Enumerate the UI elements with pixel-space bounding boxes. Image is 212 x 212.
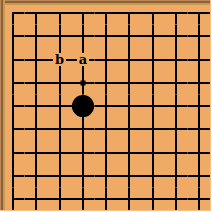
intersection-e13: [95, 141, 118, 164]
intersection-e12: [95, 164, 118, 187]
intersection-h16: [164, 71, 187, 94]
intersection-d17: a: [71, 48, 94, 71]
intersection-f12: [118, 164, 141, 187]
intersection-d12: [71, 164, 94, 187]
intersection-h13: [164, 141, 187, 164]
intersection-j13: [188, 141, 211, 164]
intersection-c18: [48, 25, 71, 48]
intersection-f13: [118, 141, 141, 164]
intersection-e17: [95, 48, 118, 71]
intersection-c14: [48, 118, 71, 141]
intersection-g18: [141, 25, 164, 48]
intersection-f16: [118, 71, 141, 94]
intersection-j14: [188, 118, 211, 141]
go-diagram: ba●: [0, 0, 211, 211]
intersection-g15: [141, 95, 164, 118]
intersection-h12: [164, 164, 187, 187]
intersection-g13: [141, 141, 164, 164]
board-frame-top: [0, 0, 211, 5]
intersection-j12: [188, 164, 211, 187]
intersection-e14: [95, 118, 118, 141]
intersection-b14: [25, 118, 48, 141]
intersection-g14: [141, 118, 164, 141]
intersection-c16: [48, 71, 71, 94]
intersection-b17: [25, 48, 48, 71]
intersection-j11: [188, 188, 211, 211]
intersection-f11: [118, 188, 141, 211]
intersection-b16: [25, 71, 48, 94]
intersection-g16: [141, 71, 164, 94]
intersection-d14: [71, 118, 94, 141]
intersection-d13: [71, 141, 94, 164]
intersection-b13: [25, 141, 48, 164]
star-point-d16: [71, 71, 94, 94]
intersection-f17: [118, 48, 141, 71]
intersection-e11: [95, 188, 118, 211]
intersection-e16: [95, 71, 118, 94]
intersection-h15: [164, 95, 187, 118]
board-cut-edge-bottom: [0, 210, 211, 212]
intersection-f18: [118, 25, 141, 48]
intersection-e15: [95, 95, 118, 118]
intersection-c17: b: [48, 48, 71, 71]
intersection-c13: [48, 141, 71, 164]
intersection-d15: ●: [71, 95, 94, 118]
intersection-e18: [95, 25, 118, 48]
board-frame-left: [0, 0, 5, 211]
intersection-d11: [71, 188, 94, 211]
intersection-h17: [164, 48, 187, 71]
intersection-f14: [118, 118, 141, 141]
intersection-h14: [164, 118, 187, 141]
intersection-j15: [188, 95, 211, 118]
intersection-c15: [48, 95, 71, 118]
intersection-d18: [71, 25, 94, 48]
board-cut-edge-right: [210, 0, 212, 211]
go-board-grid: ba●: [2, 2, 211, 211]
intersection-b15: [25, 95, 48, 118]
intersection-b18: [25, 25, 48, 48]
intersection-g17: [141, 48, 164, 71]
intersection-b12: [25, 164, 48, 187]
intersection-h11: [164, 188, 187, 211]
point-label-b: b: [53, 53, 66, 66]
intersection-g12: [141, 164, 164, 187]
intersection-b11: [25, 188, 48, 211]
black-stone: ●: [72, 95, 94, 117]
intersection-g11: [141, 188, 164, 211]
intersection-f15: [118, 95, 141, 118]
intersection-j16: [188, 71, 211, 94]
intersection-c11: [48, 188, 71, 211]
point-label-a: a: [77, 53, 89, 66]
intersection-h18: [164, 25, 187, 48]
intersection-j17: [188, 48, 211, 71]
intersection-j18: [188, 25, 211, 48]
intersection-c12: [48, 164, 71, 187]
